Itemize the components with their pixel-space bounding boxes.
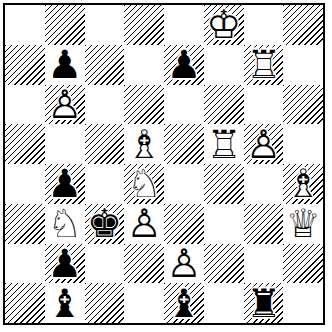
white-bishop-icon: ♗ [283, 164, 323, 204]
black-bishop-halo: ♝ [164, 283, 204, 323]
white-pawn-halo: ♟ [124, 204, 164, 244]
square-h8[interactable] [283, 5, 323, 45]
board-frame: ♚♔♟♟♟♟♜♖♟♙♝♗♜♖♟♙♟♟♞♘♝♗♞♘♚♚♟♙♛♕♟♟♟♙♝♝♝♝♜♜ [3, 3, 325, 325]
square-d7[interactable] [124, 45, 164, 85]
square-c7[interactable] [85, 45, 125, 85]
white-king-halo: ♚ [204, 5, 244, 45]
square-b6[interactable]: ♟♙ [45, 85, 85, 125]
black-rook-icon: ♜ [244, 283, 284, 323]
white-pawn-icon: ♙ [45, 85, 85, 125]
square-f4[interactable] [204, 164, 244, 204]
square-g4[interactable] [244, 164, 284, 204]
square-e1[interactable]: ♝♝ [164, 283, 204, 323]
square-f2[interactable] [204, 244, 244, 284]
square-h4[interactable]: ♝♗ [283, 164, 323, 204]
square-d1[interactable] [124, 283, 164, 323]
black-rook-halo: ♜ [244, 283, 284, 323]
piece-black-pawn-e7: ♟♟ [164, 45, 204, 85]
white-knight-halo: ♞ [124, 164, 164, 204]
white-knight-icon: ♘ [45, 204, 85, 244]
square-a5[interactable] [5, 124, 45, 164]
black-bishop-icon: ♝ [45, 283, 85, 323]
piece-black-bishop-b1: ♝♝ [45, 283, 85, 323]
white-king-icon: ♔ [204, 5, 244, 45]
piece-white-bishop-d5: ♝♗ [124, 124, 164, 164]
chess-diagram: ♚♔♟♟♟♟♜♖♟♙♝♗♜♖♟♙♟♟♞♘♝♗♞♘♚♚♟♙♛♕♟♟♟♙♝♝♝♝♜♜ [0, 0, 332, 332]
white-pawn-icon: ♙ [164, 244, 204, 284]
square-f1[interactable] [204, 283, 244, 323]
square-d4[interactable]: ♞♘ [124, 164, 164, 204]
square-c5[interactable] [85, 124, 125, 164]
square-g7[interactable]: ♜♖ [244, 45, 284, 85]
square-d2[interactable] [124, 244, 164, 284]
square-h3[interactable]: ♛♕ [283, 204, 323, 244]
square-e7[interactable]: ♟♟ [164, 45, 204, 85]
square-g2[interactable] [244, 244, 284, 284]
square-e6[interactable] [164, 85, 204, 125]
square-c4[interactable] [85, 164, 125, 204]
piece-black-king-c3: ♚♚ [85, 204, 125, 244]
square-a1[interactable] [5, 283, 45, 323]
square-h5[interactable] [283, 124, 323, 164]
white-pawn-icon: ♙ [124, 204, 164, 244]
white-pawn-halo: ♟ [164, 244, 204, 284]
square-b7[interactable]: ♟♟ [45, 45, 85, 85]
black-pawn-icon: ♟ [45, 164, 85, 204]
white-rook-halo: ♜ [244, 45, 284, 85]
square-g1[interactable]: ♜♜ [244, 283, 284, 323]
piece-white-queen-h3: ♛♕ [283, 204, 323, 244]
piece-white-bishop-h4: ♝♗ [283, 164, 323, 204]
square-e4[interactable] [164, 164, 204, 204]
square-c2[interactable] [85, 244, 125, 284]
piece-white-pawn-b6: ♟♙ [45, 85, 85, 125]
chess-board: ♚♔♟♟♟♟♜♖♟♙♝♗♜♖♟♙♟♟♞♘♝♗♞♘♚♚♟♙♛♕♟♟♟♙♝♝♝♝♜♜ [5, 5, 323, 323]
piece-black-pawn-b4: ♟♟ [45, 164, 85, 204]
square-e5[interactable] [164, 124, 204, 164]
square-a7[interactable] [5, 45, 45, 85]
square-g8[interactable] [244, 5, 284, 45]
white-pawn-halo: ♟ [244, 124, 284, 164]
square-a4[interactable] [5, 164, 45, 204]
square-h1[interactable] [283, 283, 323, 323]
square-h7[interactable] [283, 45, 323, 85]
square-b4[interactable]: ♟♟ [45, 164, 85, 204]
black-pawn-halo: ♟ [45, 45, 85, 85]
square-c3[interactable]: ♚♚ [85, 204, 125, 244]
piece-white-rook-f5: ♜♖ [204, 124, 244, 164]
piece-white-knight-d4: ♞♘ [124, 164, 164, 204]
square-b1[interactable]: ♝♝ [45, 283, 85, 323]
white-bishop-halo: ♝ [283, 164, 323, 204]
piece-white-knight-b3: ♞♘ [45, 204, 85, 244]
square-a6[interactable] [5, 85, 45, 125]
white-knight-halo: ♞ [45, 204, 85, 244]
square-e8[interactable] [164, 5, 204, 45]
black-pawn-halo: ♟ [164, 45, 204, 85]
black-king-halo: ♚ [85, 204, 125, 244]
square-b8[interactable] [45, 5, 85, 45]
piece-black-rook-g1: ♜♜ [244, 283, 284, 323]
black-pawn-icon: ♟ [45, 45, 85, 85]
black-pawn-halo: ♟ [45, 164, 85, 204]
square-h2[interactable] [283, 244, 323, 284]
square-f6[interactable] [204, 85, 244, 125]
white-knight-icon: ♘ [124, 164, 164, 204]
piece-white-pawn-g5: ♟♙ [244, 124, 284, 164]
square-a2[interactable] [5, 244, 45, 284]
square-h6[interactable] [283, 85, 323, 125]
black-pawn-halo: ♟ [45, 244, 85, 284]
piece-white-king-f8: ♚♔ [204, 5, 244, 45]
square-e2[interactable]: ♟♙ [164, 244, 204, 284]
piece-black-pawn-b7: ♟♟ [45, 45, 85, 85]
square-a8[interactable] [5, 5, 45, 45]
black-pawn-icon: ♟ [45, 244, 85, 284]
square-f5[interactable]: ♜♖ [204, 124, 244, 164]
square-d6[interactable] [124, 85, 164, 125]
white-rook-halo: ♜ [204, 124, 244, 164]
white-rook-icon: ♖ [204, 124, 244, 164]
square-g3[interactable] [244, 204, 284, 244]
white-pawn-halo: ♟ [45, 85, 85, 125]
black-bishop-halo: ♝ [45, 283, 85, 323]
square-e3[interactable] [164, 204, 204, 244]
white-bishop-halo: ♝ [124, 124, 164, 164]
square-f8[interactable]: ♚♔ [204, 5, 244, 45]
piece-white-pawn-e2: ♟♙ [164, 244, 204, 284]
white-queen-icon: ♕ [283, 204, 323, 244]
square-f7[interactable] [204, 45, 244, 85]
white-pawn-icon: ♙ [244, 124, 284, 164]
square-b5[interactable] [45, 124, 85, 164]
square-g6[interactable] [244, 85, 284, 125]
piece-black-pawn-b2: ♟♟ [45, 244, 85, 284]
square-g5[interactable]: ♟♙ [244, 124, 284, 164]
square-d3[interactable]: ♟♙ [124, 204, 164, 244]
square-b3[interactable]: ♞♘ [45, 204, 85, 244]
piece-white-rook-g7: ♜♖ [244, 45, 284, 85]
square-a3[interactable] [5, 204, 45, 244]
piece-white-pawn-d3: ♟♙ [124, 204, 164, 244]
square-b2[interactable]: ♟♟ [45, 244, 85, 284]
white-bishop-icon: ♗ [124, 124, 164, 164]
square-c6[interactable] [85, 85, 125, 125]
black-king-icon: ♚ [85, 204, 125, 244]
white-rook-icon: ♖ [244, 45, 284, 85]
black-bishop-icon: ♝ [164, 283, 204, 323]
black-pawn-icon: ♟ [164, 45, 204, 85]
square-d5[interactable]: ♝♗ [124, 124, 164, 164]
white-queen-halo: ♛ [283, 204, 323, 244]
square-d8[interactable] [124, 5, 164, 45]
piece-black-bishop-e1: ♝♝ [164, 283, 204, 323]
square-f3[interactable] [204, 204, 244, 244]
square-c8[interactable] [85, 5, 125, 45]
square-c1[interactable] [85, 283, 125, 323]
